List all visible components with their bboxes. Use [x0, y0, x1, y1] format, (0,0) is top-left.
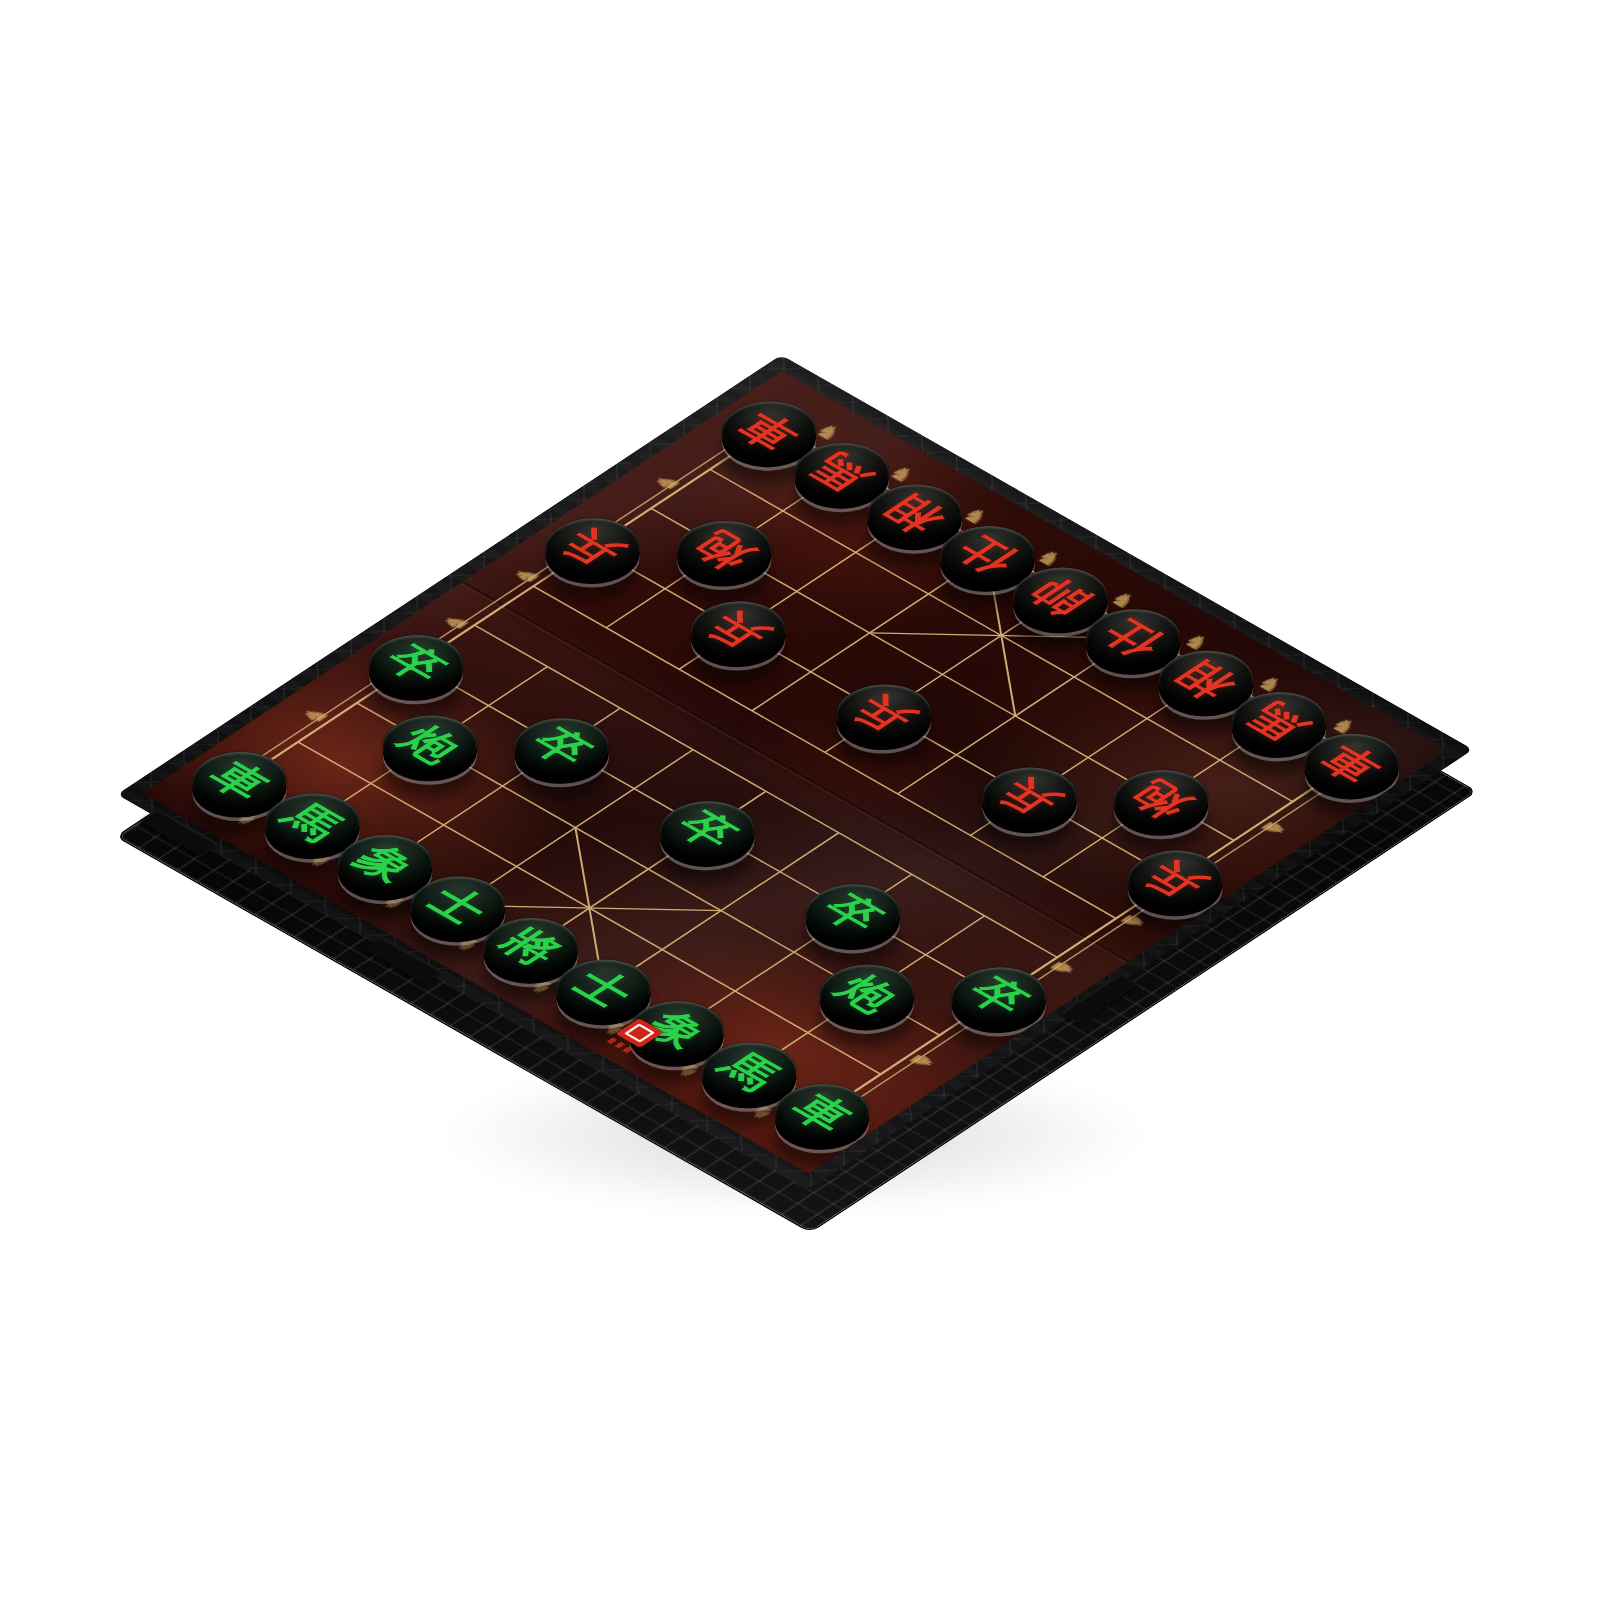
piece-green-soldier[interactable]: 卒 [495, 706, 628, 788]
product-photo-stage: ♞♞♞♞♞♞♞♞ ♞♞♞♞♞♞♞♞ ♞♞♞♞♞♞♞♞ ♞♞♞♞♞♞♞♞ [0, 0, 1600, 1600]
piece-character: 卒 [786, 872, 919, 954]
piece-character: 卒 [495, 706, 628, 788]
piece-character: 炮 [658, 509, 791, 591]
piece-character: 卒 [641, 789, 774, 871]
piece-red-soldier[interactable]: 兵 [963, 756, 1096, 838]
playfield: 車馬相仕帥仕相馬車炮炮兵兵兵兵兵卒卒卒卒卒炮炮車馬象士將士象馬車 [239, 430, 1351, 1113]
piece-green-cannon[interactable]: 炮 [800, 953, 933, 1035]
piece-green-soldier[interactable]: 卒 [786, 872, 919, 954]
piece-character: 兵 [817, 673, 950, 755]
piece-red-soldier[interactable]: 兵 [672, 589, 805, 671]
piece-red-cannon[interactable]: 炮 [1095, 758, 1228, 840]
piece-character: 炮 [800, 953, 933, 1035]
camera-tilt-wrapper: ♞♞♞♞♞♞♞♞ ♞♞♞♞♞♞♞♞ ♞♞♞♞♞♞♞♞ ♞♞♞♞♞♞♞♞ [0, 0, 1600, 1600]
xiangqi-board: ♞♞♞♞♞♞♞♞ ♞♞♞♞♞♞♞♞ ♞♞♞♞♞♞♞♞ ♞♞♞♞♞♞♞♞ [117, 355, 1474, 1189]
piece-green-cannon[interactable]: 炮 [363, 704, 496, 786]
piece-red-soldier[interactable]: 兵 [817, 673, 950, 755]
piece-red-cannon[interactable]: 炮 [658, 509, 791, 591]
piece-character: 炮 [363, 704, 496, 786]
piece-green-soldier[interactable]: 卒 [641, 789, 774, 871]
piece-character: 兵 [672, 589, 805, 671]
piece-character: 炮 [1095, 758, 1228, 840]
board-surface: ♞♞♞♞♞♞♞♞ ♞♞♞♞♞♞♞♞ ♞♞♞♞♞♞♞♞ ♞♞♞♞♞♞♞♞ [142, 370, 1448, 1173]
piece-character: 兵 [963, 756, 1096, 838]
pieces-layer: 車馬相仕帥仕相馬車炮炮兵兵兵兵兵卒卒卒卒卒炮炮車馬象士將士象馬車 [239, 430, 1351, 1113]
